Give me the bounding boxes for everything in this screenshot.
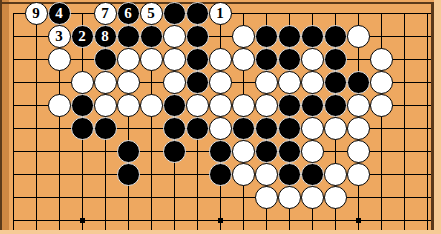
stone-white[interactable] (324, 163, 347, 186)
stone-white[interactable] (301, 117, 324, 140)
stone-white[interactable] (232, 48, 255, 71)
stone-white[interactable] (48, 48, 71, 71)
stone-white[interactable] (163, 71, 186, 94)
board-edge-left-strip (2, 0, 9, 234)
stone-black[interactable] (347, 71, 370, 94)
stone-black[interactable] (117, 140, 140, 163)
stone-white[interactable] (117, 94, 140, 117)
stone-white[interactable] (278, 71, 301, 94)
stone-white[interactable] (94, 94, 117, 117)
stone-black[interactable] (186, 2, 209, 25)
stone-white[interactable]: 9 (25, 2, 48, 25)
stone-black[interactable] (163, 2, 186, 25)
stone-white[interactable] (232, 140, 255, 163)
stone-black[interactable] (186, 48, 209, 71)
stone-white[interactable] (209, 94, 232, 117)
stone-white[interactable] (232, 25, 255, 48)
move-number: 5 (147, 6, 155, 21)
stone-black[interactable] (163, 94, 186, 117)
move-number: 8 (101, 29, 109, 44)
stone-white[interactable]: 7 (94, 2, 117, 25)
go-diagram: 947651328 (0, 0, 441, 234)
stone-white[interactable] (232, 163, 255, 186)
stone-black[interactable]: 8 (94, 25, 117, 48)
stone-black[interactable] (278, 140, 301, 163)
stone-white[interactable] (347, 163, 370, 186)
stone-white[interactable] (209, 117, 232, 140)
stone-white[interactable] (232, 94, 255, 117)
stone-white[interactable] (301, 71, 324, 94)
stone-black[interactable] (278, 94, 301, 117)
stone-black[interactable]: 6 (117, 2, 140, 25)
move-number: 1 (216, 6, 224, 21)
stone-black[interactable] (278, 48, 301, 71)
stone-white[interactable] (117, 71, 140, 94)
stone-black[interactable] (94, 117, 117, 140)
stone-black[interactable] (71, 94, 94, 117)
board-edge-right-strip (434, 0, 441, 234)
stone-black[interactable] (209, 140, 232, 163)
move-number: 2 (78, 29, 86, 44)
stone-white[interactable] (255, 186, 278, 209)
stone-black[interactable]: 2 (71, 25, 94, 48)
stone-white[interactable]: 3 (48, 25, 71, 48)
stone-white[interactable] (301, 48, 324, 71)
stone-black[interactable] (301, 94, 324, 117)
stone-white[interactable] (370, 48, 393, 71)
stone-black[interactable] (324, 25, 347, 48)
stone-black[interactable] (255, 25, 278, 48)
stone-black[interactable] (140, 25, 163, 48)
stone-white[interactable]: 5 (140, 2, 163, 25)
stone-white[interactable] (370, 94, 393, 117)
stone-black[interactable] (278, 117, 301, 140)
move-number: 4 (55, 6, 63, 21)
move-number: 3 (55, 29, 63, 44)
stone-black[interactable] (301, 25, 324, 48)
stone-white[interactable] (209, 71, 232, 94)
stone-black[interactable] (209, 163, 232, 186)
stone-white[interactable] (94, 71, 117, 94)
stone-black[interactable] (255, 140, 278, 163)
stone-white[interactable] (48, 94, 71, 117)
stone-white[interactable] (255, 71, 278, 94)
stone-black[interactable] (324, 94, 347, 117)
stone-white[interactable] (209, 48, 232, 71)
move-number: 9 (32, 6, 40, 21)
stone-white[interactable] (140, 94, 163, 117)
stone-white[interactable] (324, 117, 347, 140)
stone-black[interactable] (71, 117, 94, 140)
stone-white[interactable] (347, 25, 370, 48)
stone-black[interactable] (186, 25, 209, 48)
stone-white[interactable] (186, 94, 209, 117)
stone-white[interactable] (347, 140, 370, 163)
stone-white[interactable] (163, 48, 186, 71)
stone-white[interactable] (347, 94, 370, 117)
stone-white[interactable] (347, 117, 370, 140)
stone-black[interactable] (324, 48, 347, 71)
stone-white[interactable] (301, 140, 324, 163)
star-point (356, 218, 361, 223)
stone-white[interactable] (71, 71, 94, 94)
stone-black[interactable] (94, 48, 117, 71)
stone-black[interactable] (186, 117, 209, 140)
star-point (218, 218, 223, 223)
stone-black[interactable] (163, 140, 186, 163)
star-point (80, 218, 85, 223)
stone-black[interactable] (186, 71, 209, 94)
stone-black[interactable] (255, 117, 278, 140)
stone-white[interactable] (324, 186, 347, 209)
stone-white[interactable] (117, 48, 140, 71)
move-number: 7 (101, 6, 109, 21)
stone-black[interactable] (278, 25, 301, 48)
board-cut-bottom-strip (0, 230, 441, 234)
stone-white[interactable] (301, 186, 324, 209)
stone-white[interactable] (370, 71, 393, 94)
stone-white[interactable]: 1 (209, 2, 232, 25)
stone-white[interactable] (163, 25, 186, 48)
stone-white[interactable] (255, 94, 278, 117)
grid-line-horizontal (13, 197, 431, 198)
stone-white[interactable] (255, 163, 278, 186)
stone-black[interactable] (324, 71, 347, 94)
go-board[interactable]: 947651328 (0, 0, 441, 234)
stone-black[interactable]: 4 (48, 2, 71, 25)
stone-white[interactable] (278, 186, 301, 209)
stone-black[interactable] (278, 163, 301, 186)
stone-black[interactable] (301, 163, 324, 186)
stone-black[interactable] (117, 25, 140, 48)
stone-black[interactable] (255, 48, 278, 71)
stone-black[interactable] (117, 163, 140, 186)
stone-black[interactable] (232, 117, 255, 140)
stone-white[interactable] (140, 48, 163, 71)
move-number: 6 (124, 6, 132, 21)
stone-black[interactable] (163, 117, 186, 140)
